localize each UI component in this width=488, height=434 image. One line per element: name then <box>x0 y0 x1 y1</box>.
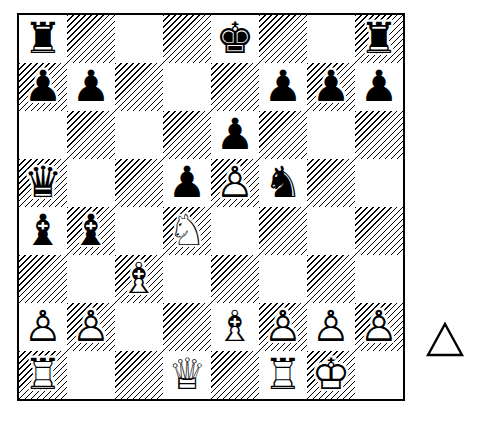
square-e4[interactable] <box>211 207 259 255</box>
square-c4[interactable] <box>115 207 163 255</box>
square-c7[interactable] <box>115 63 163 111</box>
square-f1[interactable]: ♜♖ <box>259 351 307 399</box>
square-e3[interactable] <box>211 255 259 303</box>
square-b6[interactable] <box>67 111 115 159</box>
piece-bP-d5[interactable]: ♟ <box>163 159 211 207</box>
square-g4[interactable] <box>307 207 355 255</box>
piece-wR-f1[interactable]: ♖ <box>259 351 307 399</box>
piece-wR-a1[interactable]: ♖ <box>19 351 67 399</box>
square-e1[interactable] <box>211 351 259 399</box>
square-b8[interactable] <box>67 15 115 63</box>
piece-wB-e2[interactable]: ♗ <box>211 303 259 351</box>
square-e5[interactable]: ♟♙ <box>211 159 259 207</box>
square-a6[interactable] <box>19 111 67 159</box>
piece-wP-a2[interactable]: ♙ <box>19 303 67 351</box>
square-a7[interactable]: ♟♟ <box>19 63 67 111</box>
square-b2[interactable]: ♟♙ <box>67 303 115 351</box>
square-c1[interactable] <box>115 351 163 399</box>
square-b5[interactable] <box>67 159 115 207</box>
square-g5[interactable] <box>307 159 355 207</box>
square-f5[interactable]: ♞♞ <box>259 159 307 207</box>
square-b4[interactable]: ♝♝ <box>67 207 115 255</box>
square-g3[interactable] <box>307 255 355 303</box>
piece-wP-f2[interactable]: ♙ <box>259 303 307 351</box>
square-f3[interactable] <box>259 255 307 303</box>
square-g8[interactable] <box>307 15 355 63</box>
square-f7[interactable]: ♟♟ <box>259 63 307 111</box>
square-e2[interactable]: ♝♗ <box>211 303 259 351</box>
square-a5[interactable]: ♛♛ <box>19 159 67 207</box>
square-c8[interactable] <box>115 15 163 63</box>
square-b1[interactable] <box>67 351 115 399</box>
piece-bP-h7[interactable]: ♟ <box>355 63 403 111</box>
square-h7[interactable]: ♟♟ <box>355 63 403 111</box>
square-f2[interactable]: ♟♙ <box>259 303 307 351</box>
chess-diagram-page: ♜♜♚♚♜♜♟♟♟♟♟♟♟♟♟♟♟♟♛♛♟♟♟♙♞♞♝♝♝♝♞♘♝♗♟♙♟♙♝♗… <box>0 0 488 434</box>
square-c3[interactable]: ♝♗ <box>115 255 163 303</box>
piece-bB-a4[interactable]: ♝ <box>19 207 67 255</box>
square-a2[interactable]: ♟♙ <box>19 303 67 351</box>
square-a1[interactable]: ♜♖ <box>19 351 67 399</box>
piece-wK-g1[interactable]: ♔ <box>307 351 355 399</box>
piece-wQ-d1[interactable]: ♕ <box>163 351 211 399</box>
square-h4[interactable] <box>355 207 403 255</box>
piece-wP-h2[interactable]: ♙ <box>355 303 403 351</box>
square-g6[interactable] <box>307 111 355 159</box>
chess-board: ♜♜♚♚♜♜♟♟♟♟♟♟♟♟♟♟♟♟♛♛♟♟♟♙♞♞♝♝♝♝♞♘♝♗♟♙♟♙♝♗… <box>17 13 405 401</box>
piece-wN-d4[interactable]: ♘ <box>163 207 211 255</box>
square-a4[interactable]: ♝♝ <box>19 207 67 255</box>
piece-bP-f7[interactable]: ♟ <box>259 63 307 111</box>
square-d2[interactable] <box>163 303 211 351</box>
square-h5[interactable] <box>355 159 403 207</box>
square-e8[interactable]: ♚♚ <box>211 15 259 63</box>
piece-bN-f5[interactable]: ♞ <box>259 159 307 207</box>
square-d5[interactable]: ♟♟ <box>163 159 211 207</box>
square-d3[interactable] <box>163 255 211 303</box>
square-c5[interactable] <box>115 159 163 207</box>
piece-wP-g2[interactable]: ♙ <box>307 303 355 351</box>
square-d6[interactable] <box>163 111 211 159</box>
piece-wP-b2[interactable]: ♙ <box>67 303 115 351</box>
square-d8[interactable] <box>163 15 211 63</box>
square-g7[interactable]: ♟♟ <box>307 63 355 111</box>
piece-bB-b4[interactable]: ♝ <box>67 207 115 255</box>
piece-bR-h8[interactable]: ♜ <box>355 15 403 63</box>
piece-wP-e5[interactable]: ♙ <box>211 159 259 207</box>
square-h3[interactable] <box>355 255 403 303</box>
square-d7[interactable] <box>163 63 211 111</box>
square-a3[interactable] <box>19 255 67 303</box>
square-d1[interactable]: ♛♕ <box>163 351 211 399</box>
square-d4[interactable]: ♞♘ <box>163 207 211 255</box>
white-to-move-indicator <box>425 321 465 359</box>
square-b7[interactable]: ♟♟ <box>67 63 115 111</box>
piece-bP-b7[interactable]: ♟ <box>67 63 115 111</box>
square-g2[interactable]: ♟♙ <box>307 303 355 351</box>
square-h6[interactable] <box>355 111 403 159</box>
triangle-icon <box>425 321 465 359</box>
square-c2[interactable] <box>115 303 163 351</box>
square-f6[interactable] <box>259 111 307 159</box>
square-f8[interactable] <box>259 15 307 63</box>
square-c6[interactable] <box>115 111 163 159</box>
square-g1[interactable]: ♚♔ <box>307 351 355 399</box>
square-h2[interactable]: ♟♙ <box>355 303 403 351</box>
piece-bQ-a5[interactable]: ♛ <box>19 159 67 207</box>
square-f4[interactable] <box>259 207 307 255</box>
piece-bP-a7[interactable]: ♟ <box>19 63 67 111</box>
piece-bP-g7[interactable]: ♟ <box>307 63 355 111</box>
square-h1[interactable] <box>355 351 403 399</box>
piece-bP-e6[interactable]: ♟ <box>211 111 259 159</box>
square-e6[interactable]: ♟♟ <box>211 111 259 159</box>
square-a8[interactable]: ♜♜ <box>19 15 67 63</box>
square-e7[interactable] <box>211 63 259 111</box>
piece-bR-a8[interactable]: ♜ <box>19 15 67 63</box>
square-h8[interactable]: ♜♜ <box>355 15 403 63</box>
piece-bK-e8[interactable]: ♚ <box>211 15 259 63</box>
square-b3[interactable] <box>67 255 115 303</box>
piece-wB-c3[interactable]: ♗ <box>115 255 163 303</box>
